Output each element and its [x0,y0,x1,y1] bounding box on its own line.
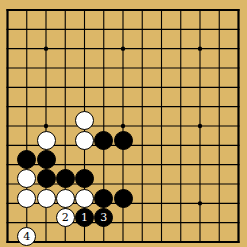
move-number-label: 4 [23,231,30,242]
stone-white-move-2: 2 [56,208,75,227]
stone-black-move-3: 3 [94,208,113,227]
move-number-label: 2 [62,212,69,223]
stone-black [114,189,133,208]
stone-white-move-4: 4 [17,227,36,246]
stone-white [75,131,94,150]
stone-white [75,111,94,130]
stone-white [37,189,56,208]
stones-layer: 2134 [0,0,247,247]
stone-black [94,189,113,208]
move-number-label: 1 [81,212,88,223]
stone-black [37,169,56,188]
go-board: 2134 [0,0,247,247]
move-number-label: 3 [100,212,107,223]
stone-black-move-1: 1 [75,208,94,227]
stone-white [37,131,56,150]
stone-black [114,131,133,150]
stone-white [56,189,75,208]
stone-white [17,169,36,188]
stone-black [56,169,75,188]
stone-white [17,189,36,208]
stone-white [75,189,94,208]
stone-black [37,150,56,169]
stone-black [17,150,36,169]
stone-black [75,169,94,188]
stone-black [94,131,113,150]
